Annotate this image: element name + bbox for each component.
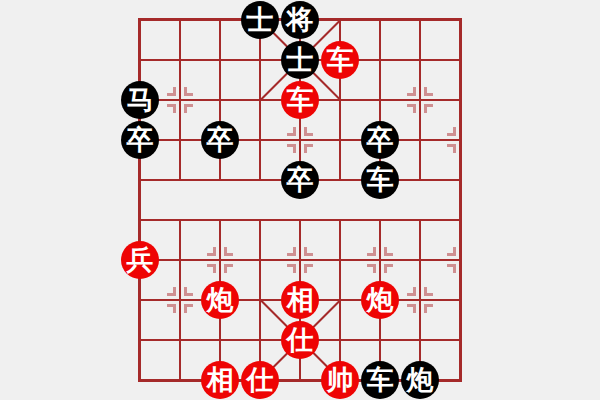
point-marker — [213, 247, 216, 256]
piece-black-soldier[interactable]: 卒 — [361, 121, 399, 159]
point-marker — [304, 127, 307, 136]
piece-red-elephant[interactable]: 相 — [201, 361, 239, 399]
piece-black-soldier[interactable]: 卒 — [121, 121, 159, 159]
point-marker — [293, 144, 296, 153]
point-marker — [453, 264, 456, 273]
point-marker — [413, 104, 416, 113]
screenshot-root: 士将士车马车卒卒卒卒车兵炮相炮仕相仕帅车炮 — [0, 0, 600, 400]
piece-red-elephant[interactable]: 相 — [281, 281, 319, 319]
point-marker — [413, 87, 416, 96]
piece-red-chariot[interactable]: 车 — [321, 41, 359, 79]
piece-red-advisor[interactable]: 仕 — [241, 361, 279, 399]
piece-black-soldier[interactable]: 卒 — [201, 121, 239, 159]
point-marker — [293, 247, 296, 256]
piece-black-chariot[interactable]: 车 — [361, 361, 399, 399]
point-marker — [373, 247, 376, 256]
piece-red-soldier[interactable]: 兵 — [121, 241, 159, 279]
point-marker — [173, 104, 176, 113]
piece-red-cannon[interactable]: 炮 — [201, 281, 239, 319]
point-marker — [173, 87, 176, 96]
xiangqi-board[interactable]: 士将士车马车卒卒卒卒车兵炮相炮仕相仕帅车炮 — [0, 0, 600, 400]
piece-black-advisor[interactable]: 士 — [241, 1, 279, 39]
piece-black-general[interactable]: 将 — [281, 1, 319, 39]
point-marker — [293, 127, 296, 136]
point-marker — [413, 287, 416, 296]
point-marker — [384, 264, 387, 273]
grid-line-vertical — [179, 19, 181, 181]
point-marker — [184, 304, 187, 313]
point-marker — [453, 247, 456, 256]
point-marker — [304, 144, 307, 153]
point-marker — [424, 304, 427, 313]
point-marker — [453, 127, 456, 136]
point-marker — [424, 287, 427, 296]
piece-black-cannon[interactable]: 炮 — [401, 361, 439, 399]
point-marker — [304, 264, 307, 273]
piece-red-cannon[interactable]: 炮 — [361, 281, 399, 319]
piece-black-horse[interactable]: 马 — [121, 81, 159, 119]
piece-black-soldier[interactable]: 卒 — [281, 161, 319, 199]
piece-red-general[interactable]: 帅 — [321, 361, 359, 399]
piece-red-chariot[interactable]: 车 — [281, 81, 319, 119]
point-marker — [184, 104, 187, 113]
point-marker — [304, 247, 307, 256]
point-marker — [424, 104, 427, 113]
point-marker — [424, 87, 427, 96]
piece-black-advisor[interactable]: 士 — [281, 41, 319, 79]
point-marker — [184, 287, 187, 296]
point-marker — [213, 264, 216, 273]
point-marker — [293, 264, 296, 273]
point-marker — [184, 87, 187, 96]
point-marker — [453, 144, 456, 153]
point-marker — [413, 304, 416, 313]
grid-line-vertical — [419, 19, 421, 181]
point-marker — [224, 247, 227, 256]
piece-black-chariot[interactable]: 车 — [361, 161, 399, 199]
point-marker — [373, 264, 376, 273]
point-marker — [384, 247, 387, 256]
grid-line-vertical — [179, 219, 181, 381]
point-marker — [173, 287, 176, 296]
grid-line-vertical — [419, 219, 421, 381]
point-marker — [224, 264, 227, 273]
piece-red-advisor[interactable]: 仕 — [281, 321, 319, 359]
point-marker — [173, 304, 176, 313]
